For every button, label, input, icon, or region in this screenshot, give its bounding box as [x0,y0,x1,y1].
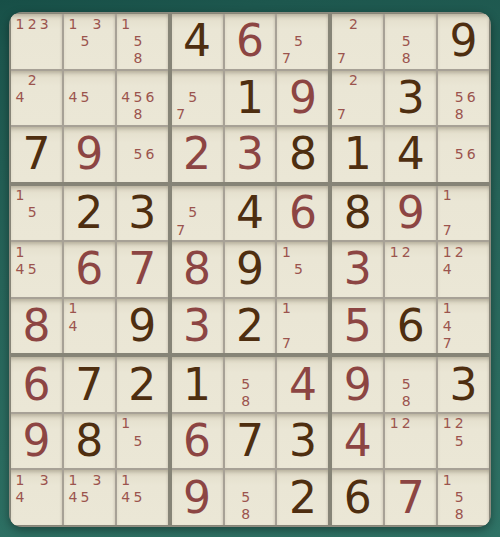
given-digit: 6 [344,476,372,520]
sudoku-board: 123135158244545687956 46575719238 275892… [9,12,491,527]
given-digit: 7 [22,132,50,176]
cell-r7c4[interactable]: 1 [172,357,223,412]
pencil-mark-1: 1 [121,416,130,430]
sudoku-box-1: 123135158244545687956 [11,14,168,182]
cell-r8c8[interactable]: 12 [385,414,436,469]
cell-r1c5[interactable]: 6 [225,14,276,69]
pencil-mark-4: 4 [16,262,25,276]
cell-r8c1[interactable]: 9 [11,414,62,469]
cell-r9c2[interactable]: 1345 [64,470,115,525]
pencil-marks: 58 [228,471,264,523]
cell-r9c8[interactable]: 7 [385,470,436,525]
cell-r4c3[interactable]: 3 [117,186,168,241]
pencil-mark-5: 5 [28,205,37,219]
entered-digit: 3 [236,132,264,176]
entered-digit: 9 [397,191,425,235]
pencil-mark-2: 2 [349,73,358,87]
cell-r8c3[interactable]: 15 [117,414,168,469]
pencil-marks: 15 [14,187,50,239]
cell-r5c6[interactable]: 15 [277,242,328,297]
pencil-mark-8: 8 [241,394,250,408]
pencil-mark-5: 5 [241,490,250,504]
pencil-mark-4: 4 [68,319,77,333]
entered-digit: 9 [75,132,103,176]
pencil-marks: 4568 [120,72,156,124]
pencil-marks: 58 [388,15,424,67]
pencil-marks: 27 [335,15,371,67]
pencil-mark-5: 5 [81,90,90,104]
pencil-mark-4: 4 [16,490,25,504]
pencil-mark-5: 5 [133,34,142,48]
cell-r2c3[interactable]: 4568 [117,71,168,126]
cell-r7c7[interactable]: 9 [332,357,383,412]
pencil-mark-2: 2 [455,245,464,259]
cell-r6c1[interactable]: 8 [11,299,62,354]
pencil-mark-6: 6 [145,147,154,161]
cell-r8c5[interactable]: 7 [225,414,276,469]
cell-r3c6[interactable]: 8 [277,127,328,182]
entered-digit: 3 [344,247,372,291]
cell-r7c3[interactable]: 2 [117,357,168,412]
pencil-mark-5: 5 [241,377,250,391]
pencil-mark-5: 5 [455,490,464,504]
cell-r7c1[interactable]: 6 [11,357,62,412]
entered-digit: 9 [344,363,372,407]
cell-r2c8[interactable]: 3 [385,71,436,126]
cell-r4c7[interactable]: 8 [332,186,383,241]
cell-r1c6[interactable]: 57 [277,14,328,69]
cell-r8c4[interactable]: 6 [172,414,223,469]
pencil-mark-4: 4 [443,262,452,276]
sudoku-box-6: 891731212456147 [332,186,489,354]
cell-r5c8[interactable]: 12 [385,242,436,297]
given-digit: 7 [75,363,103,407]
pencil-mark-7: 7 [443,336,452,350]
pencil-mark-1: 1 [121,473,130,487]
cell-r3c2[interactable]: 9 [64,127,115,182]
pencil-marks: 56 [441,128,477,180]
cell-r1c7[interactable]: 27 [332,14,383,69]
pencil-mark-1: 1 [16,188,25,202]
pencil-mark-2: 2 [402,416,411,430]
cell-r6c5[interactable]: 2 [225,299,276,354]
cell-r8c9[interactable]: 125 [438,414,489,469]
entered-digit: 8 [183,247,211,291]
cell-r5c4[interactable]: 8 [172,242,223,297]
entered-digit: 4 [289,363,317,407]
cell-r4c6[interactable]: 6 [277,186,328,241]
cell-r5c5[interactable]: 9 [225,242,276,297]
cell-r4c5[interactable]: 4 [225,186,276,241]
pencil-marks: 158 [441,471,477,523]
pencil-mark-1: 1 [443,188,452,202]
given-digit: 9 [450,19,478,63]
given-digit: 3 [450,363,478,407]
cell-r6c3[interactable]: 9 [117,299,168,354]
pencil-mark-1: 1 [16,473,25,487]
cell-r8c2[interactable]: 8 [64,414,115,469]
pencil-mark-2: 2 [28,17,37,31]
pencil-marks: 14 [67,300,103,352]
cell-r9c1[interactable]: 134 [11,470,62,525]
cell-r9c5[interactable]: 58 [225,470,276,525]
pencil-mark-8: 8 [402,51,411,65]
cell-r9c6[interactable]: 2 [277,470,328,525]
pencil-mark-1: 1 [121,17,130,31]
cell-r7c9[interactable]: 3 [438,357,489,412]
cell-r3c9[interactable]: 56 [438,127,489,182]
given-digit: 1 [344,132,372,176]
given-digit: 4 [236,191,264,235]
pencil-marks: 124 [441,243,477,295]
pencil-mark-5: 5 [402,34,411,48]
cell-r3c4[interactable]: 2 [172,127,223,182]
pencil-mark-6: 6 [467,90,476,104]
pencil-mark-2: 2 [402,245,411,259]
pencil-marks: 568 [441,72,477,124]
pencil-mark-4: 4 [443,319,452,333]
pencil-marks: 57 [175,187,211,239]
pencil-mark-5: 5 [81,34,90,48]
cell-r7c6[interactable]: 4 [277,357,328,412]
cell-r1c8[interactable]: 58 [385,14,436,69]
pencil-mark-5: 5 [28,262,37,276]
pencil-mark-3: 3 [40,473,49,487]
pencil-mark-7: 7 [176,223,185,237]
pencil-mark-5: 5 [294,262,303,276]
pencil-mark-2: 2 [349,17,358,31]
cell-r2c6[interactable]: 9 [277,71,328,126]
cell-r4c2[interactable]: 2 [64,186,115,241]
pencil-marks: 17 [441,187,477,239]
sudoku-box-3: 275892735681456 [332,14,489,182]
cell-r3c1[interactable]: 7 [11,127,62,182]
pencil-mark-8: 8 [133,51,142,65]
pencil-marks: 145 [14,243,50,295]
pencil-mark-7: 7 [282,51,291,65]
sudoku-box-2: 46575719238 [172,14,329,182]
pencil-mark-2: 2 [28,73,37,87]
pencil-mark-7: 7 [337,107,346,121]
entered-digit: 6 [22,363,50,407]
pencil-marks: 1345 [67,471,103,523]
pencil-mark-5: 5 [133,434,142,448]
pencil-marks: 12 [388,243,424,295]
pencil-mark-5: 5 [455,147,464,161]
pencil-mark-5: 5 [133,90,142,104]
entered-digit: 7 [128,247,156,291]
cell-r9c4[interactable]: 9 [172,470,223,525]
pencil-mark-3: 3 [93,473,102,487]
cell-r8c6[interactable]: 3 [277,414,328,469]
pencil-mark-4: 4 [68,90,77,104]
cell-r4c4[interactable]: 57 [172,186,223,241]
pencil-mark-7: 7 [282,336,291,350]
pencil-mark-7: 7 [337,51,346,65]
pencil-mark-3: 3 [40,17,49,31]
cell-r1c4[interactable]: 4 [172,14,223,69]
pencil-mark-1: 1 [390,245,399,259]
cell-r5c3[interactable]: 7 [117,242,168,297]
pencil-mark-8: 8 [402,394,411,408]
cell-r3c8[interactable]: 4 [385,127,436,182]
given-digit: 9 [236,247,264,291]
pencil-mark-5: 5 [455,434,464,448]
entered-digit: 9 [183,476,211,520]
pencil-marks: 56 [120,128,156,180]
entered-digit: 9 [289,76,317,120]
pencil-marks: 17 [280,300,316,352]
pencil-marks: 125 [441,415,477,467]
pencil-mark-8: 8 [455,507,464,521]
cell-r2c7[interactable]: 27 [332,71,383,126]
entered-digit: 9 [22,419,50,463]
given-digit: 1 [236,76,264,120]
cell-r3c3[interactable]: 56 [117,127,168,182]
given-digit: 1 [183,363,211,407]
pencil-marks: 12 [388,415,424,467]
pencil-marks: 147 [441,300,477,352]
cell-r6c6[interactable]: 17 [277,299,328,354]
pencil-mark-1: 1 [68,473,77,487]
sudoku-box-4: 1523145678149 [11,186,168,354]
cell-r3c7[interactable]: 1 [332,127,383,182]
entered-digit: 4 [344,419,372,463]
pencil-marks: 15 [280,243,316,295]
pencil-mark-6: 6 [145,90,154,104]
cell-r2c9[interactable]: 568 [438,71,489,126]
pencil-mark-4: 4 [121,490,130,504]
sudoku-box-9: 958341212567158 [332,357,489,525]
cell-r2c2[interactable]: 45 [64,71,115,126]
cell-r4c1[interactable]: 15 [11,186,62,241]
cell-r6c8[interactable]: 6 [385,299,436,354]
entered-digit: 3 [183,304,211,348]
pencil-mark-1: 1 [443,301,452,315]
pencil-mark-1: 1 [443,416,452,430]
pencil-mark-4: 4 [68,490,77,504]
given-digit: 2 [236,304,264,348]
cell-r4c9[interactable]: 17 [438,186,489,241]
cell-r2c1[interactable]: 24 [11,71,62,126]
pencil-mark-1: 1 [16,245,25,259]
cell-r5c2[interactable]: 6 [64,242,115,297]
pencil-mark-1: 1 [390,416,399,430]
entered-digit: 6 [289,191,317,235]
entered-digit: 5 [344,304,372,348]
given-digit: 8 [344,191,372,235]
pencil-mark-5: 5 [133,147,142,161]
pencil-marks: 135 [67,15,103,67]
given-digit: 3 [289,419,317,463]
pencil-marks: 145 [120,471,156,523]
given-digit: 4 [397,132,425,176]
pencil-mark-8: 8 [455,107,464,121]
cell-r8c7[interactable]: 4 [332,414,383,469]
given-digit: 2 [128,363,156,407]
pencil-mark-1: 1 [282,301,291,315]
sudoku-box-8: 15846739582 [172,357,329,525]
pencil-marks: 57 [280,15,316,67]
pencil-mark-5: 5 [133,490,142,504]
pencil-mark-8: 8 [241,507,250,521]
entered-digit: 6 [183,419,211,463]
cell-r7c5[interactable]: 58 [225,357,276,412]
given-digit: 3 [397,76,425,120]
given-digit: 2 [289,476,317,520]
pencil-mark-1: 1 [443,473,452,487]
sudoku-board-grid: 123135158244545687956 46575719238 275892… [11,14,489,525]
cell-r6c2[interactable]: 14 [64,299,115,354]
cell-r1c3[interactable]: 158 [117,14,168,69]
given-digit: 8 [289,132,317,176]
cell-r1c2[interactable]: 135 [64,14,115,69]
cell-r9c7[interactable]: 6 [332,470,383,525]
given-digit: 6 [397,304,425,348]
pencil-marks: 57 [175,72,211,124]
pencil-mark-5: 5 [81,490,90,504]
entered-digit: 7 [397,476,425,520]
cell-r2c4[interactable]: 57 [172,71,223,126]
sudoku-box-5: 574689153217 [172,186,329,354]
pencil-mark-5: 5 [455,90,464,104]
cell-r5c1[interactable]: 145 [11,242,62,297]
cell-r7c2[interactable]: 7 [64,357,115,412]
pencil-marks: 27 [335,72,371,124]
sudoku-box-7: 67298151341345145 [11,357,168,525]
cell-r1c1[interactable]: 123 [11,14,62,69]
pencil-mark-1: 1 [16,17,25,31]
given-digit: 4 [183,19,211,63]
pencil-mark-7: 7 [443,223,452,237]
pencil-mark-5: 5 [402,377,411,391]
entered-digit: 2 [183,132,211,176]
cell-r2c5[interactable]: 1 [225,71,276,126]
pencil-mark-1: 1 [68,17,77,31]
pencil-marks: 134 [14,471,50,523]
pencil-marks: 58 [388,358,424,410]
pencil-mark-1: 1 [282,245,291,259]
pencil-mark-3: 3 [93,17,102,31]
pencil-mark-1: 1 [443,245,452,259]
cell-r7c8[interactable]: 58 [385,357,436,412]
cell-r1c9[interactable]: 9 [438,14,489,69]
given-digit: 3 [128,191,156,235]
pencil-marks: 15 [120,415,156,467]
entered-digit: 6 [236,19,264,63]
cell-r4c8[interactable]: 9 [385,186,436,241]
given-digit: 9 [128,304,156,348]
entered-digit: 6 [75,247,103,291]
cell-r6c7[interactable]: 5 [332,299,383,354]
pencil-marks: 45 [67,72,103,124]
entered-digit: 8 [22,304,50,348]
pencil-mark-5: 5 [188,90,197,104]
pencil-mark-4: 4 [16,90,25,104]
cell-r5c7[interactable]: 3 [332,242,383,297]
cell-r6c4[interactable]: 3 [172,299,223,354]
pencil-mark-8: 8 [133,107,142,121]
pencil-marks: 24 [14,72,50,124]
cell-r9c3[interactable]: 145 [117,470,168,525]
given-digit: 2 [75,191,103,235]
pencil-mark-1: 1 [68,301,77,315]
given-digit: 8 [75,419,103,463]
pencil-mark-2: 2 [455,416,464,430]
pencil-marks: 158 [120,15,156,67]
pencil-mark-6: 6 [467,147,476,161]
given-digit: 7 [236,419,264,463]
cell-r3c5[interactable]: 3 [225,127,276,182]
pencil-mark-5: 5 [188,205,197,219]
cell-r6c9[interactable]: 147 [438,299,489,354]
cell-r5c9[interactable]: 124 [438,242,489,297]
pencil-mark-5: 5 [294,34,303,48]
pencil-marks: 123 [14,15,50,67]
pencil-mark-7: 7 [176,107,185,121]
pencil-mark-4: 4 [121,90,130,104]
pencil-marks: 58 [228,358,264,410]
cell-r9c9[interactable]: 158 [438,470,489,525]
